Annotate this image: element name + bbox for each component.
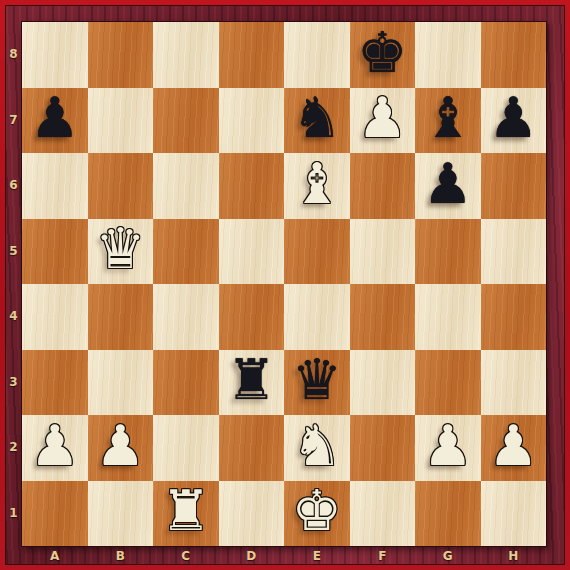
rank-labels: 87654321 bbox=[6, 22, 21, 546]
black-queen-e3[interactable]: ♛ bbox=[292, 352, 342, 412]
square-h1[interactable] bbox=[481, 481, 547, 547]
square-h8[interactable] bbox=[481, 22, 547, 88]
file-label-g: G bbox=[415, 548, 481, 565]
white-rook-c1[interactable]: ♜ bbox=[161, 483, 211, 543]
square-b4[interactable] bbox=[88, 284, 154, 350]
square-d2[interactable] bbox=[219, 415, 285, 481]
white-pawn-b2[interactable]: ♟ bbox=[95, 418, 145, 478]
square-g4[interactable] bbox=[415, 284, 481, 350]
square-g3[interactable] bbox=[415, 350, 481, 416]
square-a5[interactable] bbox=[22, 219, 88, 285]
square-d3[interactable]: ♜ bbox=[219, 350, 285, 416]
rank-label-1: 1 bbox=[6, 481, 21, 547]
black-pawn-a7[interactable]: ♟ bbox=[30, 90, 80, 150]
black-knight-e7[interactable]: ♞ bbox=[292, 90, 342, 150]
square-c3[interactable] bbox=[153, 350, 219, 416]
file-label-c: C bbox=[153, 548, 219, 565]
square-a3[interactable] bbox=[22, 350, 88, 416]
square-e3[interactable]: ♛ bbox=[284, 350, 350, 416]
square-e4[interactable] bbox=[284, 284, 350, 350]
square-b6[interactable] bbox=[88, 153, 154, 219]
square-c4[interactable] bbox=[153, 284, 219, 350]
square-c7[interactable] bbox=[153, 88, 219, 154]
square-g2[interactable]: ♟ bbox=[415, 415, 481, 481]
square-f6[interactable] bbox=[350, 153, 416, 219]
black-bishop-g7[interactable]: ♝ bbox=[423, 90, 473, 150]
black-pawn-g6[interactable]: ♟ bbox=[423, 156, 473, 216]
white-king-e1[interactable]: ♚ bbox=[292, 483, 342, 543]
file-label-f: F bbox=[350, 548, 416, 565]
square-f3[interactable] bbox=[350, 350, 416, 416]
square-c2[interactable] bbox=[153, 415, 219, 481]
black-pawn-h7[interactable]: ♟ bbox=[488, 90, 538, 150]
square-g7[interactable]: ♝ bbox=[415, 88, 481, 154]
square-a1[interactable] bbox=[22, 481, 88, 547]
square-d7[interactable] bbox=[219, 88, 285, 154]
square-c6[interactable] bbox=[153, 153, 219, 219]
square-g1[interactable] bbox=[415, 481, 481, 547]
file-label-a: A bbox=[22, 548, 88, 565]
square-h3[interactable] bbox=[481, 350, 547, 416]
rank-label-3: 3 bbox=[6, 350, 21, 416]
square-h4[interactable] bbox=[481, 284, 547, 350]
square-g6[interactable]: ♟ bbox=[415, 153, 481, 219]
square-f5[interactable] bbox=[350, 219, 416, 285]
square-g8[interactable] bbox=[415, 22, 481, 88]
square-f4[interactable] bbox=[350, 284, 416, 350]
white-bishop-e6[interactable]: ♝ bbox=[292, 156, 342, 216]
square-b3[interactable] bbox=[88, 350, 154, 416]
square-h7[interactable]: ♟ bbox=[481, 88, 547, 154]
square-e1[interactable]: ♚ bbox=[284, 481, 350, 547]
square-a8[interactable] bbox=[22, 22, 88, 88]
square-c5[interactable] bbox=[153, 219, 219, 285]
square-d5[interactable] bbox=[219, 219, 285, 285]
rank-label-5: 5 bbox=[6, 219, 21, 285]
square-a4[interactable] bbox=[22, 284, 88, 350]
square-d4[interactable] bbox=[219, 284, 285, 350]
square-h6[interactable] bbox=[481, 153, 547, 219]
black-rook-d3[interactable]: ♜ bbox=[226, 352, 276, 412]
square-d8[interactable] bbox=[219, 22, 285, 88]
white-pawn-a2[interactable]: ♟ bbox=[30, 418, 80, 478]
square-c8[interactable] bbox=[153, 22, 219, 88]
white-pawn-f7[interactable]: ♟ bbox=[357, 90, 407, 150]
chess-board: ♚♟♞♟♝♟♝♟♛♜♛♟♟♞♟♟♜♚ bbox=[21, 21, 547, 547]
board-border: ♚♟♞♟♝♟♝♟♛♜♛♟♟♞♟♟♜♚ 87654321 ABCDEFGH bbox=[5, 5, 565, 565]
rank-label-4: 4 bbox=[6, 284, 21, 350]
file-label-d: D bbox=[219, 548, 285, 565]
square-a7[interactable]: ♟ bbox=[22, 88, 88, 154]
square-h5[interactable] bbox=[481, 219, 547, 285]
square-e5[interactable] bbox=[284, 219, 350, 285]
board-frame: ♚♟♞♟♝♟♝♟♛♜♛♟♟♞♟♟♜♚ 87654321 ABCDEFGH bbox=[0, 0, 570, 570]
file-label-e: E bbox=[284, 548, 350, 565]
square-e7[interactable]: ♞ bbox=[284, 88, 350, 154]
square-e8[interactable] bbox=[284, 22, 350, 88]
square-f7[interactable]: ♟ bbox=[350, 88, 416, 154]
rank-label-6: 6 bbox=[6, 153, 21, 219]
rank-label-8: 8 bbox=[6, 22, 21, 88]
square-e6[interactable]: ♝ bbox=[284, 153, 350, 219]
white-pawn-g2[interactable]: ♟ bbox=[423, 418, 473, 478]
square-b2[interactable]: ♟ bbox=[88, 415, 154, 481]
square-a2[interactable]: ♟ bbox=[22, 415, 88, 481]
square-f2[interactable] bbox=[350, 415, 416, 481]
square-g5[interactable] bbox=[415, 219, 481, 285]
square-b5[interactable]: ♛ bbox=[88, 219, 154, 285]
file-label-h: H bbox=[481, 548, 547, 565]
white-knight-e2[interactable]: ♞ bbox=[292, 418, 342, 478]
white-pawn-h2[interactable]: ♟ bbox=[488, 418, 538, 478]
square-b8[interactable] bbox=[88, 22, 154, 88]
square-b7[interactable] bbox=[88, 88, 154, 154]
square-a6[interactable] bbox=[22, 153, 88, 219]
file-labels: ABCDEFGH bbox=[22, 548, 546, 565]
square-f1[interactable] bbox=[350, 481, 416, 547]
file-label-b: B bbox=[88, 548, 154, 565]
square-b1[interactable] bbox=[88, 481, 154, 547]
square-d6[interactable] bbox=[219, 153, 285, 219]
rank-label-2: 2 bbox=[6, 415, 21, 481]
black-king-f8[interactable]: ♚ bbox=[357, 25, 407, 85]
square-e2[interactable]: ♞ bbox=[284, 415, 350, 481]
square-c1[interactable]: ♜ bbox=[153, 481, 219, 547]
rank-label-7: 7 bbox=[6, 88, 21, 154]
white-queen-b5[interactable]: ♛ bbox=[95, 221, 145, 281]
square-f8[interactable]: ♚ bbox=[350, 22, 416, 88]
square-h2[interactable]: ♟ bbox=[481, 415, 547, 481]
square-d1[interactable] bbox=[219, 481, 285, 547]
